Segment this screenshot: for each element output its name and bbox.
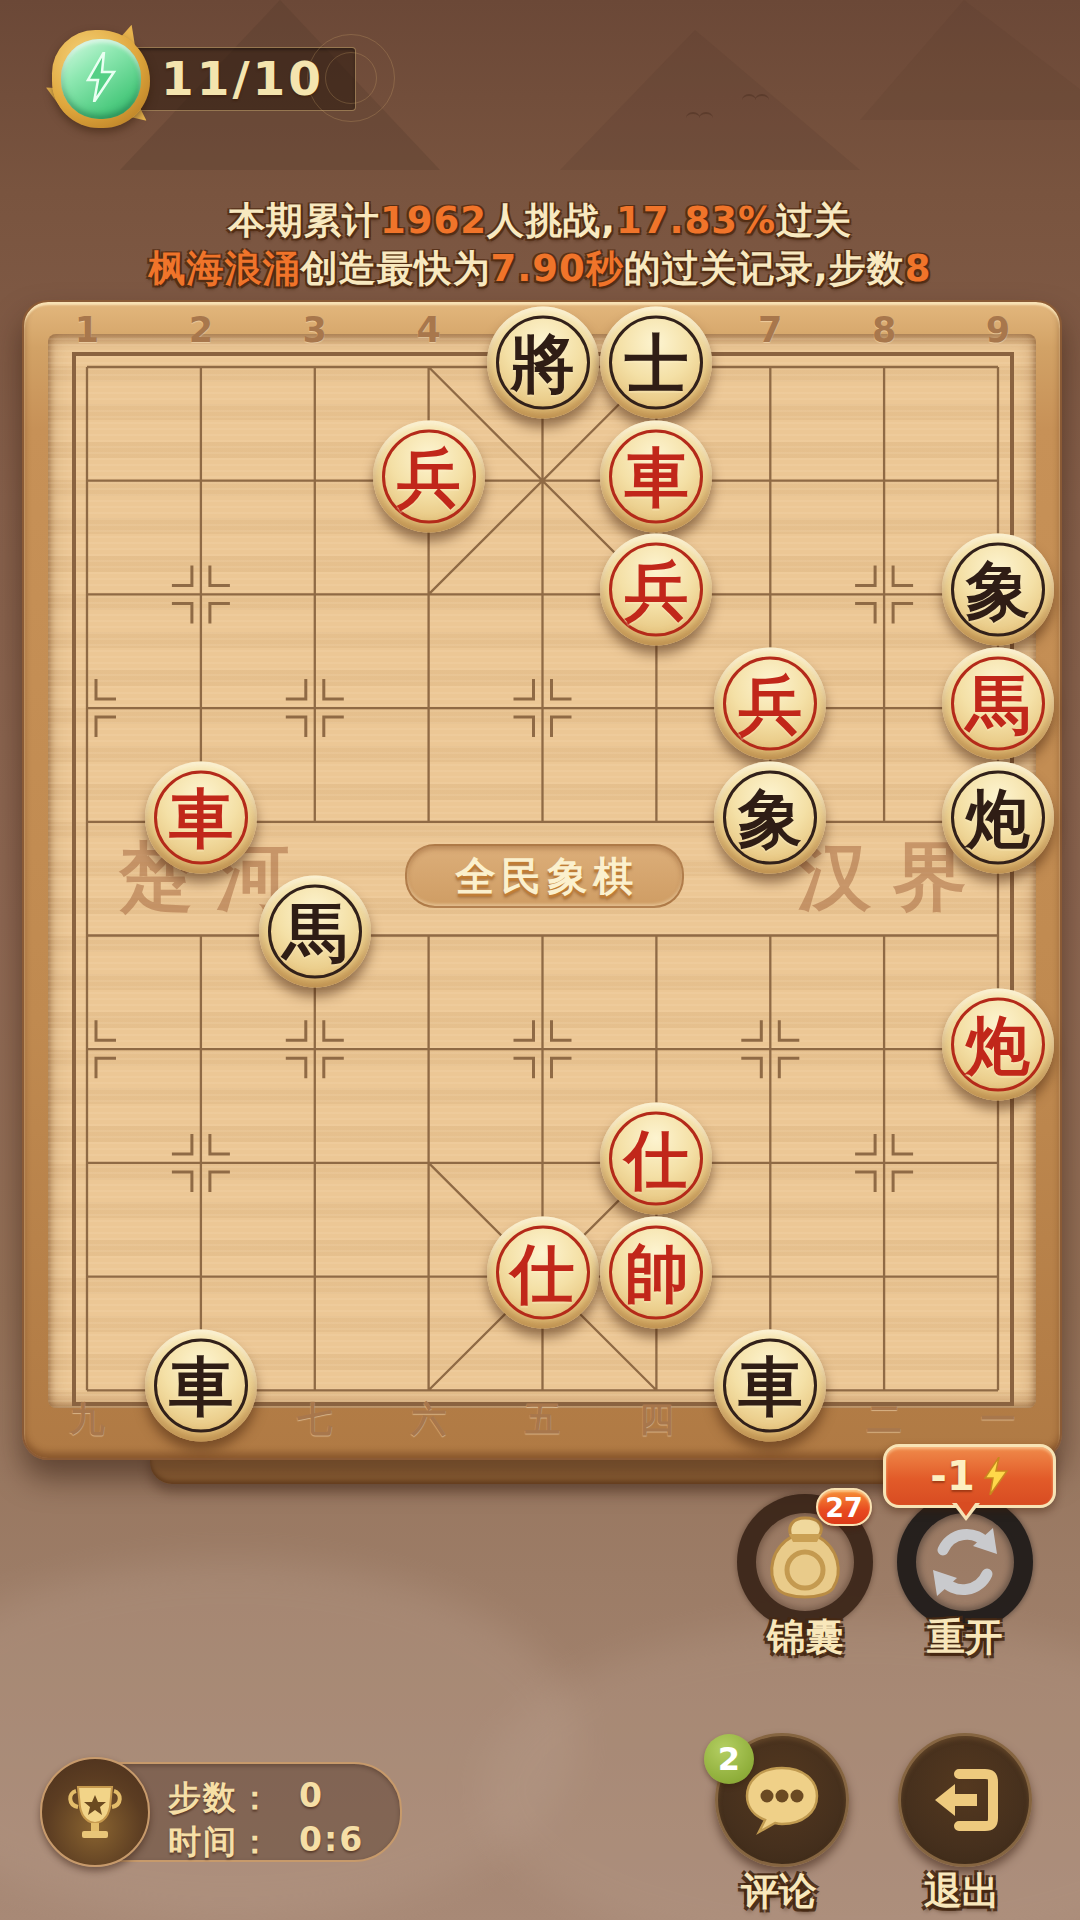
piece-glyph: 馬 [283,898,347,964]
board-column-label: 3 [303,310,327,350]
stat-segment: 17.83% [616,199,776,242]
board-row-label: 六 [411,1396,446,1443]
piece-glyph: 兵 [738,671,802,737]
piece-red-f6r2[interactable]: 車 [600,420,712,532]
piece-glyph: 馬 [966,671,1030,737]
piece-glyph: 士 [624,330,688,396]
app-title-badge: 全民象棋 [405,844,684,908]
board-column-label: 2 [189,310,213,350]
moves-row: 步数： 0 [168,1776,324,1821]
piece-black-f6r1[interactable]: 士 [600,307,712,419]
exit-button[interactable] [898,1733,1032,1867]
stat-segment: 本期累计 [228,199,380,242]
board-row-label: 七 [297,1396,332,1443]
piece-red-f6r3[interactable]: 兵 [600,534,712,646]
exit-button-label: 退出 [924,1866,1000,1917]
piece-red-f6r9[interactable]: 帥 [600,1216,712,1328]
stat-segment: 的过关记录,步数 [624,247,905,290]
piece-black-f7r10[interactable]: 車 [714,1330,826,1442]
piece-glyph: 炮 [966,784,1030,850]
piece-red-f6r8[interactable]: 仕 [600,1102,712,1214]
restart-penalty-bubble: -1 [883,1444,1056,1508]
piece-glyph: 車 [169,784,233,850]
piece-glyph: 兵 [397,443,461,509]
exit-door-icon [929,1764,1001,1836]
piece-black-f7r5[interactable]: 象 [714,761,826,873]
piece-glyph: 仕 [511,1239,575,1305]
stat-segment: 8 [905,247,932,290]
piece-red-f2r5[interactable]: 車 [145,761,257,873]
board-overlay: 楚河 汉界 全民象棋 123456789九八七六五四三二一將士兵車兵象兵馬車象炮… [24,302,1060,1458]
board-row-label: 九 [70,1396,105,1443]
piece-red-f9r4[interactable]: 馬 [942,648,1054,760]
energy-counter[interactable]: 11/10 [128,47,356,111]
record-stats-line: 枫海浪涌创造最快为7.90秒的过关记录,步数8 [0,244,1080,294]
piece-black-f9r3[interactable]: 象 [942,534,1054,646]
piece-glyph: 兵 [624,557,688,623]
stat-segment: 过关 [776,199,852,242]
penalty-value: -1 [930,1453,974,1499]
piece-black-f2r10[interactable]: 車 [145,1330,257,1442]
piece-glyph: 車 [624,443,688,509]
piece-red-f9r7[interactable]: 炮 [942,989,1054,1101]
board-row-label: 二 [867,1396,902,1443]
mountain-silhouette [860,0,1080,120]
time-row: 时间： 0:6 [168,1820,364,1865]
moves-value: 0 [299,1776,324,1821]
app-title-text: 全民象棋 [450,849,640,904]
game-screen: 11/10 本期累计1962人挑战,17.83%过关 枫海浪涌创造最快为7.90… [0,0,1080,1920]
trophy-badge [40,1757,150,1867]
piece-black-f5r1[interactable]: 將 [487,307,599,419]
piece-glyph: 將 [511,330,575,396]
piece-glyph: 炮 [966,1012,1030,1078]
comment-count-badge: 2 [704,1734,754,1784]
stat-segment: 7.90秒 [490,247,623,290]
energy-gem-icon [52,30,150,128]
energy-count-text: 11/10 [161,51,324,106]
bird-decoration [686,112,716,124]
challenge-stats-line: 本期累计1962人挑战,17.83%过关 [0,196,1080,246]
piece-red-f4r2[interactable]: 兵 [373,420,485,532]
hint-button-label: 锦囊 [767,1612,843,1663]
piece-glyph: 象 [738,784,802,850]
hint-bag-button[interactable]: 27 锦囊 [737,1494,873,1630]
stat-segment: 1962 [380,199,487,242]
board-column-label: 8 [872,310,896,350]
stat-segment: 创造最快为 [300,247,490,290]
trophy-icon [64,1781,126,1843]
piece-glyph: 仕 [624,1125,688,1191]
time-value: 0:6 [299,1820,364,1865]
comment-button-label: 评论 [741,1866,817,1917]
stat-segment: 枫海浪涌 [148,247,300,290]
piece-black-f3r6[interactable]: 馬 [259,875,371,987]
hint-count-badge: 27 [816,1488,872,1526]
moves-label: 步数： [168,1776,273,1821]
board-column-label: 9 [986,310,1010,350]
comment-button[interactable]: 2 [715,1733,849,1867]
restart-button-label: 重开 [927,1612,1003,1663]
piece-glyph: 帥 [624,1239,688,1305]
piece-glyph: 車 [169,1353,233,1419]
chat-bubble-icon [743,1764,821,1836]
rosette-decoration [325,52,377,104]
restart-refresh-icon [923,1520,1007,1604]
xiangqi-board[interactable]: 楚河 汉界 全民象棋 123456789九八七六五四三二一將士兵車兵象兵馬車象炮… [22,300,1062,1460]
board-row-label: 一 [981,1396,1016,1443]
piece-red-f5r9[interactable]: 仕 [487,1216,599,1328]
time-label: 时间： [168,1820,273,1865]
board-row-label: 四 [639,1396,674,1443]
piece-glyph: 車 [738,1353,802,1419]
money-bag-icon [763,1514,847,1606]
lightning-icon [983,1457,1009,1495]
lightning-icon [84,52,118,102]
piece-black-f9r5[interactable]: 炮 [942,761,1054,873]
board-column-label: 4 [416,310,440,350]
board-column-label: 7 [758,310,782,350]
board-column-label: 1 [75,310,99,350]
bird-decoration [742,94,772,106]
piece-glyph: 象 [966,557,1030,623]
mountain-silhouette [560,30,860,170]
stat-segment: 人挑战, [487,199,616,242]
board-row-label: 五 [525,1396,560,1443]
piece-red-f7r4[interactable]: 兵 [714,648,826,760]
